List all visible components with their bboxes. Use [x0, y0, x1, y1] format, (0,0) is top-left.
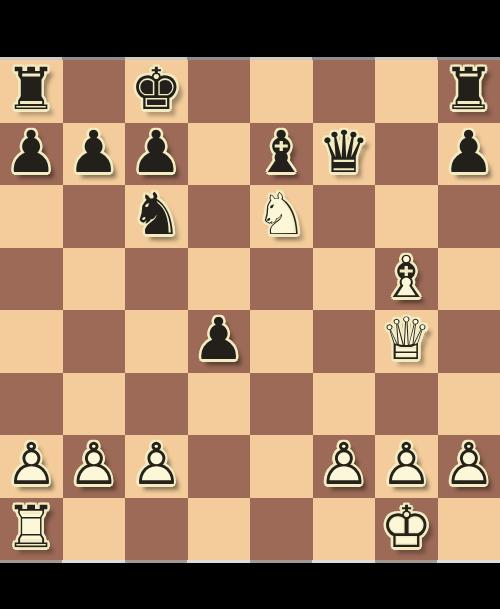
piece-glyph: ♟: [125, 121, 188, 184]
piece-glyph: ♜: [438, 58, 500, 121]
square-e2[interactable]: [250, 435, 313, 498]
piece-black-bishop[interactable]: ♝: [250, 123, 313, 186]
piece-outline-glyph: ♔: [375, 496, 438, 559]
piece-black-king[interactable]: ♚: [125, 60, 188, 123]
square-c1[interactable]: [125, 498, 188, 561]
piece-outline-glyph: ♙: [125, 433, 188, 496]
square-d6[interactable]: [188, 185, 251, 248]
square-f2[interactable]: ♟♙: [313, 435, 376, 498]
piece-outline-glyph: ♙: [438, 433, 500, 496]
piece-glyph: ♝: [250, 121, 313, 184]
square-h8[interactable]: ♜: [438, 60, 500, 123]
piece-black-pawn[interactable]: ♟: [125, 123, 188, 186]
piece-outline-glyph: ♙: [375, 433, 438, 496]
square-b7[interactable]: ♟: [63, 123, 126, 186]
piece-black-rook[interactable]: ♜: [0, 60, 63, 123]
piece-outline-glyph: ♕: [375, 308, 438, 371]
piece-outline-glyph: ♙: [0, 433, 63, 496]
piece-glyph: ♟: [188, 308, 251, 371]
square-b5[interactable]: [63, 248, 126, 311]
square-g6[interactable]: [375, 185, 438, 248]
piece-outline-glyph: ♗: [375, 246, 438, 309]
piece-black-pawn[interactable]: ♟: [0, 123, 63, 186]
square-h5[interactable]: [438, 248, 500, 311]
square-a2[interactable]: ♟♙: [0, 435, 63, 498]
piece-glyph: ♛: [313, 121, 376, 184]
piece-white-pawn[interactable]: ♟♙: [0, 435, 63, 498]
piece-black-knight[interactable]: ♞: [125, 185, 188, 248]
square-d7[interactable]: [188, 123, 251, 186]
piece-white-pawn[interactable]: ♟♙: [375, 435, 438, 498]
square-c2[interactable]: ♟♙: [125, 435, 188, 498]
square-c3[interactable]: [125, 373, 188, 436]
square-e6[interactable]: ♞♘: [250, 185, 313, 248]
square-g2[interactable]: ♟♙: [375, 435, 438, 498]
square-h1[interactable]: [438, 498, 500, 561]
square-g4[interactable]: ♛♕: [375, 310, 438, 373]
square-b1[interactable]: [63, 498, 126, 561]
piece-white-queen[interactable]: ♛♕: [375, 310, 438, 373]
square-f4[interactable]: [313, 310, 376, 373]
square-d8[interactable]: [188, 60, 251, 123]
square-e7[interactable]: ♝: [250, 123, 313, 186]
piece-white-pawn[interactable]: ♟♙: [63, 435, 126, 498]
square-c6[interactable]: ♞: [125, 185, 188, 248]
square-a5[interactable]: [0, 248, 63, 311]
square-c8[interactable]: ♚: [125, 60, 188, 123]
square-a4[interactable]: [0, 310, 63, 373]
square-g7[interactable]: [375, 123, 438, 186]
square-f5[interactable]: [313, 248, 376, 311]
square-b8[interactable]: [63, 60, 126, 123]
piece-glyph: ♟: [63, 121, 126, 184]
square-f6[interactable]: [313, 185, 376, 248]
piece-glyph: ♚: [125, 58, 188, 121]
square-h2[interactable]: ♟♙: [438, 435, 500, 498]
chess-app-window: ♜♚♜♟♟♟♝♛♟♞♞♘♝♗♟♛♕♟♙♟♙♟♙♟♙♟♙♟♙♜♖♚♔: [0, 0, 500, 609]
piece-glyph: ♟: [438, 121, 500, 184]
square-h3[interactable]: [438, 373, 500, 436]
piece-outline-glyph: ♙: [63, 433, 126, 496]
piece-glyph: ♜: [0, 58, 63, 121]
square-d4[interactable]: ♟: [188, 310, 251, 373]
square-c4[interactable]: [125, 310, 188, 373]
piece-white-pawn[interactable]: ♟♙: [438, 435, 500, 498]
piece-glyph: ♟: [0, 121, 63, 184]
square-b4[interactable]: [63, 310, 126, 373]
square-d3[interactable]: [188, 373, 251, 436]
square-c5[interactable]: [125, 248, 188, 311]
piece-white-king[interactable]: ♚♔: [375, 498, 438, 561]
piece-outline-glyph: ♘: [250, 183, 313, 246]
square-h6[interactable]: [438, 185, 500, 248]
square-g8[interactable]: [375, 60, 438, 123]
square-c7[interactable]: ♟: [125, 123, 188, 186]
square-f1[interactable]: [313, 498, 376, 561]
piece-black-rook[interactable]: ♜: [438, 60, 500, 123]
square-d1[interactable]: [188, 498, 251, 561]
square-e1[interactable]: [250, 498, 313, 561]
square-g1[interactable]: ♚♔: [375, 498, 438, 561]
piece-white-pawn[interactable]: ♟♙: [313, 435, 376, 498]
top-letterbox-bar: [0, 0, 500, 57]
square-f3[interactable]: [313, 373, 376, 436]
square-e8[interactable]: [250, 60, 313, 123]
square-f7[interactable]: ♛: [313, 123, 376, 186]
square-e4[interactable]: [250, 310, 313, 373]
piece-white-knight[interactable]: ♞♘: [250, 185, 313, 248]
square-b2[interactable]: ♟♙: [63, 435, 126, 498]
piece-outline-glyph: ♙: [313, 433, 376, 496]
square-a6[interactable]: [0, 185, 63, 248]
piece-black-pawn[interactable]: ♟: [188, 310, 251, 373]
bottom-letterbox-bar: [0, 563, 500, 609]
square-h7[interactable]: ♟: [438, 123, 500, 186]
square-d5[interactable]: [188, 248, 251, 311]
piece-white-pawn[interactable]: ♟♙: [125, 435, 188, 498]
square-a8[interactable]: ♜: [0, 60, 63, 123]
square-h4[interactable]: [438, 310, 500, 373]
piece-glyph: ♞: [125, 183, 188, 246]
square-b6[interactable]: [63, 185, 126, 248]
square-a1[interactable]: ♜♖: [0, 498, 63, 561]
square-a7[interactable]: ♟: [0, 123, 63, 186]
square-e5[interactable]: [250, 248, 313, 311]
piece-black-queen[interactable]: ♛: [313, 123, 376, 186]
square-g5[interactable]: ♝♗: [375, 248, 438, 311]
piece-white-bishop[interactable]: ♝♗: [375, 248, 438, 311]
piece-black-pawn[interactable]: ♟: [63, 123, 126, 186]
square-d2[interactable]: [188, 435, 251, 498]
square-a3[interactable]: [0, 373, 63, 436]
piece-white-rook[interactable]: ♜♖: [0, 498, 63, 561]
piece-black-pawn[interactable]: ♟: [438, 123, 500, 186]
chess-board: ♜♚♜♟♟♟♝♛♟♞♞♘♝♗♟♛♕♟♙♟♙♟♙♟♙♟♙♟♙♜♖♚♔: [0, 60, 500, 560]
square-f8[interactable]: [313, 60, 376, 123]
piece-outline-glyph: ♖: [0, 496, 63, 559]
square-b3[interactable]: [63, 373, 126, 436]
square-g3[interactable]: [375, 373, 438, 436]
square-e3[interactable]: [250, 373, 313, 436]
